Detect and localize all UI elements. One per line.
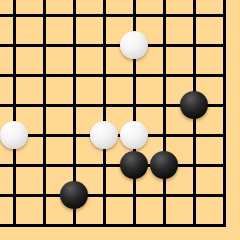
black-stone [60,181,88,209]
intersection-r7c5[interactable] [149,210,179,240]
intersection-r7c0[interactable] [0,210,29,240]
intersection-r3c1[interactable] [29,90,59,120]
intersection-r3c7[interactable] [209,90,239,120]
intersection-r0c2[interactable] [59,0,89,30]
intersection-r5c0[interactable] [0,150,29,180]
intersection-r3c2[interactable] [59,90,89,120]
intersection-r2c3[interactable] [89,60,119,90]
intersection-r3c5[interactable] [149,90,179,120]
intersection-r6c3[interactable] [89,180,119,210]
intersection-r4c4[interactable] [119,120,149,150]
intersection-r4c1[interactable] [29,120,59,150]
intersection-r1c1[interactable] [29,30,59,60]
intersection-r2c5[interactable] [149,60,179,90]
intersection-r4c6[interactable] [179,120,209,150]
black-stone [150,151,178,179]
intersection-r6c6[interactable] [179,180,209,210]
intersection-r7c6[interactable] [179,210,209,240]
intersection-r6c7[interactable] [209,180,239,210]
intersection-r5c1[interactable] [29,150,59,180]
black-stone [180,91,208,119]
intersection-r6c0[interactable] [0,180,29,210]
intersection-r1c5[interactable] [149,30,179,60]
intersection-r1c2[interactable] [59,30,89,60]
white-stone [120,121,148,149]
intersection-r6c4[interactable] [119,180,149,210]
intersection-r4c2[interactable] [59,120,89,150]
intersection-r4c3[interactable] [89,120,119,150]
go-app-screen [0,0,240,240]
intersection-r0c3[interactable] [89,0,119,30]
intersection-r2c7[interactable] [209,60,239,90]
intersection-r6c1[interactable] [29,180,59,210]
intersection-r0c6[interactable] [179,0,209,30]
intersection-r1c7[interactable] [209,30,239,60]
white-stone [120,31,148,59]
intersection-r7c4[interactable] [119,210,149,240]
intersection-r2c1[interactable] [29,60,59,90]
intersection-r5c6[interactable] [179,150,209,180]
intersection-r4c7[interactable] [209,120,239,150]
intersection-r5c2[interactable] [59,150,89,180]
intersection-r7c1[interactable] [29,210,59,240]
intersection-r7c7[interactable] [209,210,239,240]
intersection-r2c4[interactable] [119,60,149,90]
intersection-r5c7[interactable] [209,150,239,180]
intersection-r6c2[interactable] [59,180,89,210]
white-stone [90,121,118,149]
intersection-r4c0[interactable] [0,120,29,150]
white-stone [0,121,28,149]
go-board [0,0,239,240]
intersection-r1c0[interactable] [0,30,29,60]
intersection-r0c0[interactable] [0,0,29,30]
intersection-r1c3[interactable] [89,30,119,60]
intersection-r0c4[interactable] [119,0,149,30]
intersection-r3c0[interactable] [0,90,29,120]
intersection-r3c6[interactable] [179,90,209,120]
intersection-r7c2[interactable] [59,210,89,240]
intersection-r4c5[interactable] [149,120,179,150]
intersection-r2c6[interactable] [179,60,209,90]
intersection-r1c6[interactable] [179,30,209,60]
intersection-r3c3[interactable] [89,90,119,120]
intersection-r5c5[interactable] [149,150,179,180]
black-stone [120,151,148,179]
intersection-r6c5[interactable] [149,180,179,210]
intersection-r7c3[interactable] [89,210,119,240]
intersection-r5c3[interactable] [89,150,119,180]
intersection-r1c4[interactable] [119,30,149,60]
intersection-r2c0[interactable] [0,60,29,90]
intersection-r0c7[interactable] [209,0,239,30]
intersection-r0c1[interactable] [29,0,59,30]
intersection-r5c4[interactable] [119,150,149,180]
intersection-r2c2[interactable] [59,60,89,90]
intersection-r0c5[interactable] [149,0,179,30]
intersection-r3c4[interactable] [119,90,149,120]
